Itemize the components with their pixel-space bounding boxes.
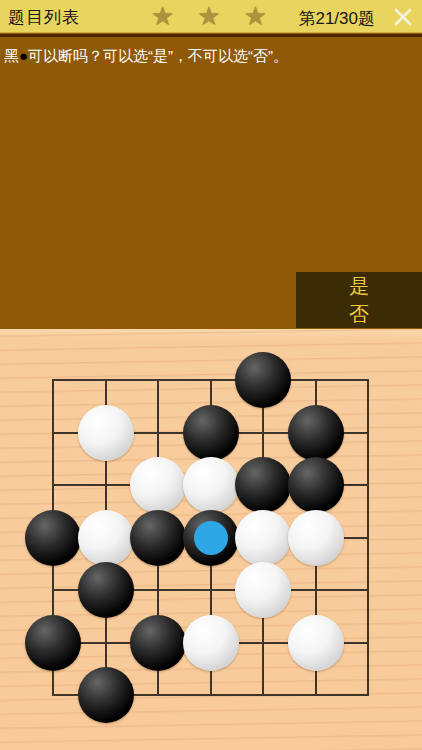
white-stone [288,510,344,566]
star-icon: ★ [244,1,267,32]
answer-panel: 是 否 [296,272,422,328]
black-stone [235,352,291,408]
star-icon: ★ [151,1,174,32]
black-stone [183,510,239,566]
white-stone [235,562,291,618]
black-stone [78,667,134,723]
white-stone [288,615,344,671]
black-stone [25,510,81,566]
question-prefix: 黑 [4,47,19,64]
black-stone [130,510,186,566]
board-area [0,329,422,750]
question-text: 黑●可以断吗？可以选“是”，不可以选“否”。 [0,37,422,66]
titlebar-separator [0,34,422,37]
black-stone-symbol: ● [19,47,28,64]
question-suffix: 可以断吗？可以选“是”，不可以选“否”。 [28,47,288,64]
close-button[interactable] [391,5,415,29]
problem-list-button[interactable]: 题目列表 [8,6,80,29]
close-icon [392,6,414,28]
difficulty-stars: ★★★ [151,0,267,33]
white-stone [78,510,134,566]
black-stone [25,615,81,671]
black-stone [288,405,344,461]
star-icon: ★ [197,1,220,32]
app-window: 题目列表 ★★★ 第21/30题 黑●可以断吗？可以选“是”，不可以选“否”。 … [0,0,422,750]
black-stone [78,562,134,618]
black-stone [183,405,239,461]
black-stone [235,457,291,513]
titlebar: 题目列表 ★★★ 第21/30题 [0,0,422,33]
grid-line-vertical [367,379,369,696]
white-stone [130,457,186,513]
white-stone [183,615,239,671]
marked-stone-highlight [194,521,228,555]
white-stone [183,457,239,513]
answer-no-button[interactable]: 否 [296,300,422,328]
go-board[interactable] [0,329,422,750]
black-stone [288,457,344,513]
white-stone [78,405,134,461]
white-stone [235,510,291,566]
black-stone [130,615,186,671]
problem-progress-label: 第21/30题 [298,7,375,30]
answer-yes-button[interactable]: 是 [296,272,422,300]
